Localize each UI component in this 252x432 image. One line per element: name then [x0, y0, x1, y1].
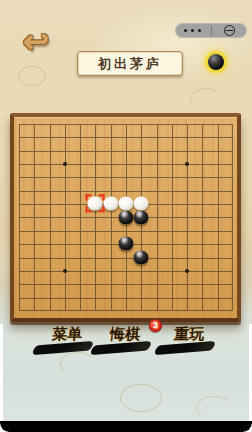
last-move-marker: [86, 194, 105, 212]
white-stone: [119, 197, 134, 211]
circle-minus-icon: [224, 25, 235, 36]
undo-count-badge: 3: [149, 319, 162, 332]
cloud-decoration: [18, 66, 46, 86]
more-dots-icon: [191, 29, 194, 32]
game-screen: ↩ 初出茅庐 菜单 悔棋 3 重玩: [0, 0, 252, 432]
back-arrow-icon: ↩: [23, 24, 49, 59]
gomoku-board[interactable]: [10, 113, 241, 322]
star-point: [63, 269, 67, 273]
back-button[interactable]: ↩: [12, 24, 60, 60]
level-title-banner: 初出茅庐: [77, 51, 183, 76]
more-dots-icon: [198, 29, 201, 32]
bottom-system-bar: [0, 421, 252, 432]
menu-button-label: 菜单: [51, 326, 82, 342]
star-point: [63, 162, 67, 166]
black-stone: [134, 250, 149, 264]
black-stone: [119, 237, 134, 251]
undo-button[interactable]: 悔棋 3: [100, 324, 150, 346]
cloud-decoration: [196, 396, 232, 420]
turn-indicator-stone: [208, 54, 224, 70]
more-options-button[interactable]: [175, 29, 211, 32]
more-dots-icon: [184, 29, 187, 32]
stones-layer: [19, 124, 233, 311]
exit-button[interactable]: [212, 25, 248, 36]
replay-button[interactable]: 重玩: [164, 324, 214, 346]
screen-edge: [0, 324, 3, 432]
undo-button-label: 悔棋: [109, 326, 140, 342]
star-point: [185, 162, 189, 166]
star-point: [185, 269, 189, 273]
replay-button-label: 重玩: [173, 326, 204, 342]
cloud-decoration: [60, 352, 96, 376]
white-stone: [103, 197, 118, 211]
board-play-area: [19, 124, 233, 311]
white-stone: [134, 197, 149, 211]
black-stone: [119, 210, 134, 224]
screen-edge: [249, 324, 252, 432]
wechat-capsule: [175, 23, 247, 38]
menu-button[interactable]: 菜单: [42, 324, 92, 346]
cloud-decoration: [120, 384, 162, 412]
black-stone: [134, 210, 149, 224]
cloud-decoration: [190, 88, 222, 110]
